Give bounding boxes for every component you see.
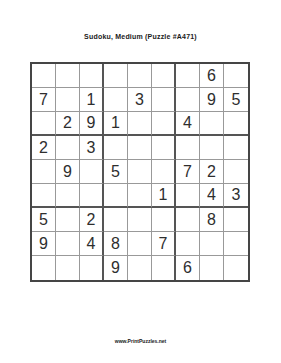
cell-r7c1[interactable]: 5 (32, 208, 56, 232)
cell-r8c8[interactable] (200, 232, 224, 256)
cell-r9c2[interactable] (56, 256, 80, 280)
cell-r8c7[interactable] (176, 232, 200, 256)
cell-r1c1[interactable] (32, 64, 56, 88)
cell-r3c5[interactable] (128, 112, 152, 136)
cell-r4c6[interactable] (152, 136, 176, 160)
cell-r2c8[interactable]: 9 (200, 88, 224, 112)
cell-r7c5[interactable] (128, 208, 152, 232)
cell-r6c7[interactable] (176, 184, 200, 208)
cell-r2c7[interactable] (176, 88, 200, 112)
cell-r3c2[interactable]: 2 (56, 112, 80, 136)
cell-r9c5[interactable] (128, 256, 152, 280)
cell-r2c5[interactable]: 3 (128, 88, 152, 112)
cell-r7c6[interactable] (152, 208, 176, 232)
cell-r1c4[interactable] (104, 64, 128, 88)
cell-r4c4[interactable] (104, 136, 128, 160)
cell-r9c3[interactable] (80, 256, 104, 280)
cell-r2c3[interactable]: 1 (80, 88, 104, 112)
cell-r4c3[interactable]: 3 (80, 136, 104, 160)
cell-r5c6[interactable] (152, 160, 176, 184)
page-title: Sudoku, Medium (Puzzle #A471) (0, 33, 281, 40)
cell-r6c3[interactable] (80, 184, 104, 208)
cell-r2c1[interactable]: 7 (32, 88, 56, 112)
cell-r1c2[interactable] (56, 64, 80, 88)
cell-r7c8[interactable]: 8 (200, 208, 224, 232)
cell-r1c6[interactable] (152, 64, 176, 88)
cell-r8c9[interactable] (224, 232, 248, 256)
cell-r9c9[interactable] (224, 256, 248, 280)
cell-r1c3[interactable] (80, 64, 104, 88)
cell-r7c3[interactable]: 2 (80, 208, 104, 232)
cell-r6c9[interactable]: 3 (224, 184, 248, 208)
cell-r3c9[interactable] (224, 112, 248, 136)
cell-r3c3[interactable]: 9 (80, 112, 104, 136)
cell-r8c4[interactable]: 8 (104, 232, 128, 256)
cell-r4c1[interactable]: 2 (32, 136, 56, 160)
puzzle-page: Sudoku, Medium (Puzzle #A471) 6713952914… (0, 0, 281, 363)
cell-r4c9[interactable] (224, 136, 248, 160)
cell-r6c4[interactable] (104, 184, 128, 208)
cell-r5c9[interactable] (224, 160, 248, 184)
cell-r7c2[interactable] (56, 208, 80, 232)
cell-r2c6[interactable] (152, 88, 176, 112)
cell-r6c5[interactable] (128, 184, 152, 208)
cell-r4c7[interactable] (176, 136, 200, 160)
cell-r6c6[interactable]: 1 (152, 184, 176, 208)
cell-r8c6[interactable]: 7 (152, 232, 176, 256)
cell-r1c7[interactable] (176, 64, 200, 88)
cell-r5c7[interactable]: 7 (176, 160, 200, 184)
cell-r2c2[interactable] (56, 88, 80, 112)
sudoku-board: 6713952914239572143528948796 (30, 62, 250, 282)
cell-r9c8[interactable] (200, 256, 224, 280)
cell-r2c4[interactable] (104, 88, 128, 112)
cell-r9c4[interactable]: 9 (104, 256, 128, 280)
cell-r3c1[interactable] (32, 112, 56, 136)
cell-r5c5[interactable] (128, 160, 152, 184)
cell-r3c8[interactable] (200, 112, 224, 136)
cell-r5c3[interactable] (80, 160, 104, 184)
cell-r6c2[interactable] (56, 184, 80, 208)
cell-r9c1[interactable] (32, 256, 56, 280)
cell-r8c2[interactable] (56, 232, 80, 256)
cell-r7c4[interactable] (104, 208, 128, 232)
cell-r1c9[interactable] (224, 64, 248, 88)
cell-r7c9[interactable] (224, 208, 248, 232)
cell-r8c5[interactable] (128, 232, 152, 256)
cell-r7c7[interactable] (176, 208, 200, 232)
cell-r6c1[interactable] (32, 184, 56, 208)
cell-r5c4[interactable]: 5 (104, 160, 128, 184)
cell-r5c8[interactable]: 2 (200, 160, 224, 184)
footer-url: www.PrintPuzzles.net (0, 338, 281, 344)
cell-r6c8[interactable]: 4 (200, 184, 224, 208)
cell-r1c8[interactable]: 6 (200, 64, 224, 88)
cell-r5c2[interactable]: 9 (56, 160, 80, 184)
cell-r3c7[interactable]: 4 (176, 112, 200, 136)
cell-r8c3[interactable]: 4 (80, 232, 104, 256)
cell-r4c8[interactable] (200, 136, 224, 160)
cell-r8c1[interactable]: 9 (32, 232, 56, 256)
cell-r2c9[interactable]: 5 (224, 88, 248, 112)
cell-r3c6[interactable] (152, 112, 176, 136)
cell-r4c2[interactable] (56, 136, 80, 160)
cell-r5c1[interactable] (32, 160, 56, 184)
cell-r4c5[interactable] (128, 136, 152, 160)
cell-r9c7[interactable]: 6 (176, 256, 200, 280)
cell-r3c4[interactable]: 1 (104, 112, 128, 136)
cell-r9c6[interactable] (152, 256, 176, 280)
cell-r1c5[interactable] (128, 64, 152, 88)
